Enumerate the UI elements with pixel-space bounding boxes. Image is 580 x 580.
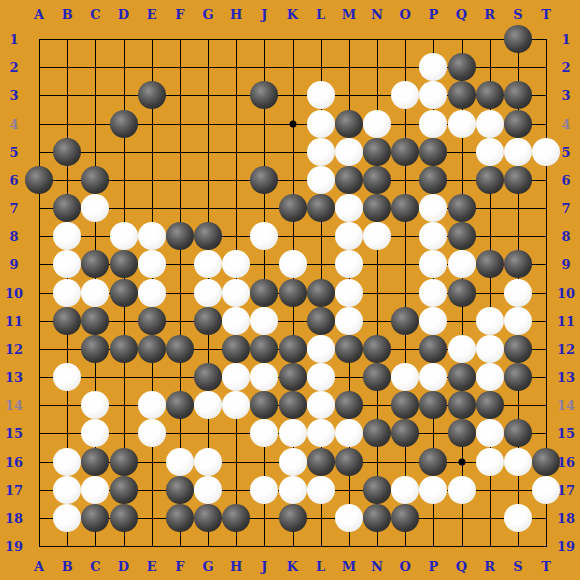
column-label-bottom: P [428, 560, 438, 573]
white-stone-P2 [419, 53, 447, 81]
black-stone-L16 [307, 448, 335, 476]
column-label-bottom: K [287, 560, 298, 573]
column-label-bottom: B [62, 560, 73, 573]
column-label-top: G [202, 8, 213, 21]
black-stone-Q14 [448, 391, 476, 419]
column-label-top: A [34, 8, 44, 21]
row-label-left: 9 [9, 258, 18, 271]
black-stone-O5 [391, 138, 419, 166]
row-label-right: 7 [561, 202, 570, 215]
column-label-top: K [287, 8, 298, 21]
black-stone-S15 [504, 419, 532, 447]
white-stone-M9 [335, 250, 363, 278]
row-label-left: 6 [9, 173, 18, 186]
grid-line-horizontal [39, 546, 547, 547]
black-stone-Q15 [448, 419, 476, 447]
white-stone-R13 [476, 363, 504, 391]
row-label-right: 1 [561, 33, 570, 46]
black-stone-K14 [279, 391, 307, 419]
white-stone-E9 [138, 250, 166, 278]
white-stone-B10 [53, 279, 81, 307]
white-stone-R11 [476, 307, 504, 335]
white-stone-M11 [335, 307, 363, 335]
black-stone-F8 [166, 222, 194, 250]
white-stone-L3 [307, 81, 335, 109]
black-stone-G13 [194, 363, 222, 391]
black-stone-G8 [194, 222, 222, 250]
column-label-bottom: M [342, 560, 356, 573]
black-stone-N15 [363, 419, 391, 447]
black-stone-B5 [53, 138, 81, 166]
column-label-top: P [428, 8, 438, 21]
row-label-right: 2 [561, 61, 570, 74]
white-stone-P8 [419, 222, 447, 250]
go-board-screen: AABBCCDDEEFFGGHHJJKKLLMMNNOOPPQQRRSSTT11… [0, 0, 580, 580]
white-stone-H11 [222, 307, 250, 335]
white-stone-T17 [532, 476, 560, 504]
white-stone-C15 [81, 419, 109, 447]
column-label-bottom: R [484, 560, 495, 573]
black-stone-O7 [391, 194, 419, 222]
white-stone-M5 [335, 138, 363, 166]
black-stone-N17 [363, 476, 391, 504]
column-label-top: B [62, 8, 73, 21]
black-stone-Q8 [448, 222, 476, 250]
white-stone-E15 [138, 419, 166, 447]
black-stone-R6 [476, 166, 504, 194]
black-stone-K7 [279, 194, 307, 222]
black-stone-N12 [363, 335, 391, 363]
white-stone-O3 [391, 81, 419, 109]
row-label-left: 11 [5, 314, 23, 327]
black-stone-E3 [138, 81, 166, 109]
white-stone-C14 [81, 391, 109, 419]
black-stone-L7 [307, 194, 335, 222]
white-stone-C10 [81, 279, 109, 307]
black-stone-G18 [194, 504, 222, 532]
column-label-bottom: H [230, 560, 242, 573]
white-stone-L15 [307, 419, 335, 447]
black-stone-N18 [363, 504, 391, 532]
black-stone-L11 [307, 307, 335, 335]
white-stone-S10 [504, 279, 532, 307]
row-label-left: 8 [9, 230, 18, 243]
row-label-right: 15 [557, 427, 575, 440]
white-stone-P7 [419, 194, 447, 222]
black-stone-A6 [25, 166, 53, 194]
row-label-left: 2 [9, 61, 18, 74]
column-label-bottom: O [399, 560, 410, 573]
white-stone-K9 [279, 250, 307, 278]
column-label-top: N [371, 8, 383, 21]
black-stone-R9 [476, 250, 504, 278]
white-stone-B8 [53, 222, 81, 250]
white-stone-L12 [307, 335, 335, 363]
column-label-top: L [316, 8, 325, 21]
row-label-left: 17 [5, 483, 23, 496]
black-stone-B11 [53, 307, 81, 335]
white-stone-R5 [476, 138, 504, 166]
white-stone-T5 [532, 138, 560, 166]
star-point-Q16 [458, 458, 465, 465]
black-stone-K13 [279, 363, 307, 391]
white-stone-S11 [504, 307, 532, 335]
black-stone-D4 [110, 110, 138, 138]
white-stone-S16 [504, 448, 532, 476]
black-stone-D17 [110, 476, 138, 504]
black-stone-J12 [250, 335, 278, 363]
black-stone-S13 [504, 363, 532, 391]
black-stone-Q7 [448, 194, 476, 222]
white-stone-J8 [250, 222, 278, 250]
white-stone-P9 [419, 250, 447, 278]
white-stone-D8 [110, 222, 138, 250]
column-label-top: E [147, 8, 157, 21]
black-stone-M16 [335, 448, 363, 476]
black-stone-M14 [335, 391, 363, 419]
white-stone-P17 [419, 476, 447, 504]
white-stone-L5 [307, 138, 335, 166]
black-stone-T16 [532, 448, 560, 476]
column-label-bottom: Q [456, 560, 467, 573]
column-label-top: Q [456, 8, 467, 21]
column-label-top: J [261, 8, 267, 21]
column-label-bottom: F [175, 560, 184, 573]
black-stone-S9 [504, 250, 532, 278]
white-stone-G10 [194, 279, 222, 307]
black-stone-J6 [250, 166, 278, 194]
white-stone-P3 [419, 81, 447, 109]
white-stone-R16 [476, 448, 504, 476]
column-label-bottom: T [541, 560, 551, 573]
black-stone-H18 [222, 504, 250, 532]
black-stone-M4 [335, 110, 363, 138]
column-label-top: O [399, 8, 410, 21]
column-label-bottom: G [202, 560, 213, 573]
white-stone-P13 [419, 363, 447, 391]
row-label-left: 18 [5, 511, 23, 524]
column-label-top: R [484, 8, 495, 21]
column-label-bottom: L [316, 560, 325, 573]
row-label-right: 5 [561, 145, 570, 158]
white-stone-K16 [279, 448, 307, 476]
white-stone-M8 [335, 222, 363, 250]
white-stone-B18 [53, 504, 81, 532]
black-stone-N6 [363, 166, 391, 194]
white-stone-P4 [419, 110, 447, 138]
black-stone-D10 [110, 279, 138, 307]
row-label-left: 15 [5, 427, 23, 440]
black-stone-M6 [335, 166, 363, 194]
black-stone-P12 [419, 335, 447, 363]
black-stone-M12 [335, 335, 363, 363]
black-stone-D9 [110, 250, 138, 278]
white-stone-E14 [138, 391, 166, 419]
black-stone-H12 [222, 335, 250, 363]
black-stone-J3 [250, 81, 278, 109]
column-label-bottom: E [147, 560, 157, 573]
column-label-top: D [118, 8, 129, 21]
white-stone-S5 [504, 138, 532, 166]
black-stone-B7 [53, 194, 81, 222]
black-stone-S1 [504, 25, 532, 53]
black-stone-K10 [279, 279, 307, 307]
white-stone-B9 [53, 250, 81, 278]
row-label-left: 14 [5, 399, 23, 412]
black-stone-N13 [363, 363, 391, 391]
white-stone-Q9 [448, 250, 476, 278]
black-stone-O15 [391, 419, 419, 447]
black-stone-P14 [419, 391, 447, 419]
white-stone-N8 [363, 222, 391, 250]
white-stone-M15 [335, 419, 363, 447]
white-stone-Q17 [448, 476, 476, 504]
white-stone-S18 [504, 504, 532, 532]
white-stone-H10 [222, 279, 250, 307]
black-stone-N7 [363, 194, 391, 222]
white-stone-B13 [53, 363, 81, 391]
white-stone-H13 [222, 363, 250, 391]
row-label-left: 4 [9, 117, 18, 130]
column-label-top: F [175, 8, 184, 21]
black-stone-F14 [166, 391, 194, 419]
white-stone-C17 [81, 476, 109, 504]
white-stone-C7 [81, 194, 109, 222]
row-label-right: 9 [561, 258, 570, 271]
black-stone-N5 [363, 138, 391, 166]
white-stone-E10 [138, 279, 166, 307]
column-label-bottom: A [34, 560, 44, 573]
black-stone-S4 [504, 110, 532, 138]
black-stone-F17 [166, 476, 194, 504]
white-stone-J11 [250, 307, 278, 335]
white-stone-Q4 [448, 110, 476, 138]
row-label-right: 18 [557, 511, 575, 524]
black-stone-P5 [419, 138, 447, 166]
white-stone-H14 [222, 391, 250, 419]
white-stone-G9 [194, 250, 222, 278]
row-label-left: 19 [5, 540, 23, 553]
row-label-right: 12 [557, 342, 575, 355]
black-stone-R14 [476, 391, 504, 419]
column-label-top: T [541, 8, 551, 21]
white-stone-O13 [391, 363, 419, 391]
black-stone-S12 [504, 335, 532, 363]
row-label-right: 4 [561, 117, 570, 130]
white-stone-K17 [279, 476, 307, 504]
column-label-top: S [513, 8, 522, 21]
grid-line-vertical [405, 39, 406, 547]
column-label-bottom: S [513, 560, 522, 573]
row-label-left: 1 [9, 33, 18, 46]
black-stone-C18 [81, 504, 109, 532]
black-stone-J14 [250, 391, 278, 419]
column-label-bottom: N [371, 560, 383, 573]
white-stone-K15 [279, 419, 307, 447]
row-label-right: 10 [557, 286, 575, 299]
white-stone-L17 [307, 476, 335, 504]
black-stone-O14 [391, 391, 419, 419]
white-stone-B16 [53, 448, 81, 476]
row-label-left: 7 [9, 202, 18, 215]
black-stone-C16 [81, 448, 109, 476]
row-label-left: 13 [5, 371, 23, 384]
white-stone-L6 [307, 166, 335, 194]
row-label-right: 13 [557, 371, 575, 384]
black-stone-F12 [166, 335, 194, 363]
black-stone-G11 [194, 307, 222, 335]
column-label-top: C [90, 8, 100, 21]
white-stone-F16 [166, 448, 194, 476]
white-stone-O17 [391, 476, 419, 504]
black-stone-K12 [279, 335, 307, 363]
white-stone-Q12 [448, 335, 476, 363]
black-stone-J10 [250, 279, 278, 307]
white-stone-P11 [419, 307, 447, 335]
black-stone-S6 [504, 166, 532, 194]
black-stone-Q3 [448, 81, 476, 109]
black-stone-D18 [110, 504, 138, 532]
white-stone-G16 [194, 448, 222, 476]
row-label-right: 6 [561, 173, 570, 186]
black-stone-Q13 [448, 363, 476, 391]
white-stone-N4 [363, 110, 391, 138]
star-point-K4 [289, 120, 296, 127]
row-label-left: 5 [9, 145, 18, 158]
white-stone-E8 [138, 222, 166, 250]
black-stone-D12 [110, 335, 138, 363]
white-stone-L4 [307, 110, 335, 138]
white-stone-R4 [476, 110, 504, 138]
row-label-left: 12 [5, 342, 23, 355]
column-label-top: M [342, 8, 356, 21]
black-stone-D16 [110, 448, 138, 476]
black-stone-E11 [138, 307, 166, 335]
row-label-right: 8 [561, 230, 570, 243]
row-label-right: 14 [557, 399, 575, 412]
black-stone-E12 [138, 335, 166, 363]
row-label-right: 11 [557, 314, 575, 327]
row-label-right: 19 [557, 540, 575, 553]
black-stone-K18 [279, 504, 307, 532]
black-stone-Q2 [448, 53, 476, 81]
white-stone-H9 [222, 250, 250, 278]
white-stone-J13 [250, 363, 278, 391]
column-label-bottom: D [118, 560, 129, 573]
row-label-left: 10 [5, 286, 23, 299]
white-stone-R15 [476, 419, 504, 447]
white-stone-J17 [250, 476, 278, 504]
column-label-bottom: C [90, 560, 100, 573]
black-stone-C6 [81, 166, 109, 194]
black-stone-C11 [81, 307, 109, 335]
white-stone-P10 [419, 279, 447, 307]
white-stone-J15 [250, 419, 278, 447]
black-stone-S3 [504, 81, 532, 109]
white-stone-L13 [307, 363, 335, 391]
white-stone-M10 [335, 279, 363, 307]
row-label-left: 3 [9, 89, 18, 102]
black-stone-R3 [476, 81, 504, 109]
white-stone-M18 [335, 504, 363, 532]
row-label-right: 3 [561, 89, 570, 102]
black-stone-C9 [81, 250, 109, 278]
white-stone-R12 [476, 335, 504, 363]
black-stone-F18 [166, 504, 194, 532]
white-stone-B17 [53, 476, 81, 504]
white-stone-G14 [194, 391, 222, 419]
black-stone-P6 [419, 166, 447, 194]
black-stone-L10 [307, 279, 335, 307]
column-label-bottom: J [261, 560, 267, 573]
white-stone-G17 [194, 476, 222, 504]
column-label-top: H [230, 8, 242, 21]
black-stone-P16 [419, 448, 447, 476]
row-label-left: 16 [5, 455, 23, 468]
black-stone-O18 [391, 504, 419, 532]
white-stone-L14 [307, 391, 335, 419]
black-stone-Q10 [448, 279, 476, 307]
white-stone-M7 [335, 194, 363, 222]
black-stone-O11 [391, 307, 419, 335]
grid-line-horizontal [39, 321, 547, 322]
black-stone-C12 [81, 335, 109, 363]
